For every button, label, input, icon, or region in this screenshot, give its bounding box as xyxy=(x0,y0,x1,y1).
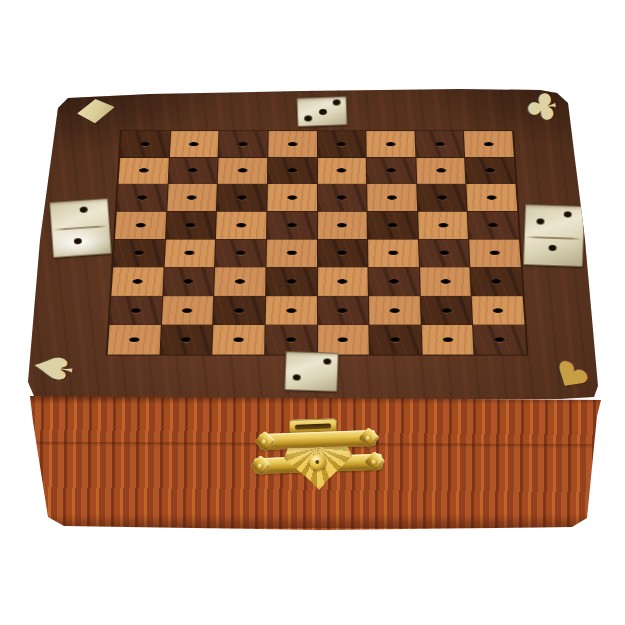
peg-hole xyxy=(436,169,446,173)
club-inlay-icon: ♣ xyxy=(521,86,564,127)
square-d5 xyxy=(267,212,317,239)
square-c1 xyxy=(213,325,265,354)
spade-inlay-icon: ♠ xyxy=(26,348,82,388)
peg-hole xyxy=(129,338,140,343)
square-a1 xyxy=(108,325,161,354)
square-a2 xyxy=(110,296,162,325)
square-h4 xyxy=(469,239,520,267)
square-g7 xyxy=(416,158,466,184)
peg-hole xyxy=(131,308,141,313)
left-domino-plate xyxy=(49,198,112,258)
peg-hole xyxy=(440,279,450,284)
peg-hole xyxy=(337,223,347,227)
bottom-domino-plate xyxy=(284,351,338,392)
peg-hole xyxy=(386,142,396,146)
domino-pip xyxy=(564,211,572,217)
peg-hole xyxy=(338,279,348,284)
domino-pip xyxy=(79,207,87,214)
square-c6 xyxy=(217,184,267,211)
peg-hole xyxy=(493,308,503,313)
peg-hole xyxy=(484,142,494,146)
square-e7 xyxy=(317,158,366,184)
peg-hole xyxy=(236,223,246,227)
square-b3 xyxy=(163,267,214,295)
peg-hole xyxy=(132,279,142,284)
peg-hole xyxy=(337,142,347,146)
square-g2 xyxy=(421,296,473,325)
domino-pip xyxy=(304,115,312,121)
domino-divider xyxy=(526,236,581,240)
domino-pip xyxy=(319,108,327,114)
square-f4 xyxy=(368,239,419,267)
peg-hole xyxy=(135,223,145,227)
peg-hole xyxy=(287,223,297,227)
peg-hole xyxy=(389,279,399,284)
square-e8 xyxy=(317,131,365,157)
square-b2 xyxy=(162,296,214,325)
square-g8 xyxy=(415,131,464,157)
square-a4 xyxy=(113,239,164,267)
peg-hole xyxy=(435,142,445,146)
square-c4 xyxy=(215,239,266,267)
peg-hole xyxy=(437,195,447,199)
peg-hole xyxy=(137,195,147,199)
peg-hole xyxy=(387,195,397,199)
peg-hole xyxy=(134,251,144,255)
square-d1 xyxy=(265,325,316,354)
peg-hole xyxy=(288,142,298,146)
square-b1 xyxy=(160,325,212,354)
clasp-knob-pin xyxy=(315,460,319,464)
peg-hole xyxy=(442,338,453,343)
domino-pip xyxy=(333,100,341,106)
peg-hole xyxy=(337,195,347,199)
square-h3 xyxy=(471,267,523,295)
peg-hole xyxy=(441,308,451,313)
square-b4 xyxy=(164,239,215,267)
peg-hole xyxy=(338,338,348,343)
square-e5 xyxy=(317,212,367,239)
square-f1 xyxy=(370,325,422,354)
square-a3 xyxy=(111,267,163,295)
peg-hole xyxy=(495,338,506,343)
square-c5 xyxy=(216,212,266,239)
square-h2 xyxy=(472,296,524,325)
peg-hole xyxy=(438,223,448,227)
square-f5 xyxy=(368,212,418,239)
square-d7 xyxy=(268,158,317,184)
domino-pip xyxy=(323,359,331,365)
product-photo-chess-box: ♣♠♥ xyxy=(0,0,625,625)
square-d6 xyxy=(267,184,316,211)
peg-hole xyxy=(236,251,246,255)
peg-hole xyxy=(184,279,194,284)
square-b7 xyxy=(168,158,218,184)
square-a6 xyxy=(117,184,167,211)
peg-hole xyxy=(238,142,248,146)
square-e6 xyxy=(317,184,366,211)
peg-hole xyxy=(485,169,495,173)
peg-hole xyxy=(386,169,396,173)
peg-hole xyxy=(337,251,347,255)
clasp-slot xyxy=(295,424,331,430)
peg-hole xyxy=(189,142,199,146)
peg-hole xyxy=(389,308,399,313)
peg-hole xyxy=(439,251,449,255)
square-h5 xyxy=(468,212,519,239)
peg-hole xyxy=(139,169,149,173)
chessboard xyxy=(107,131,528,355)
square-e4 xyxy=(318,239,368,267)
square-g5 xyxy=(418,212,468,239)
peg-hole xyxy=(488,223,498,227)
domino-pip xyxy=(548,245,556,251)
peg-hole xyxy=(235,279,245,284)
peg-hole xyxy=(390,338,400,343)
square-d8 xyxy=(268,131,316,157)
peg-hole xyxy=(286,308,296,313)
square-d3 xyxy=(266,267,317,295)
peg-hole xyxy=(286,338,296,343)
square-d4 xyxy=(266,239,316,267)
peg-hole xyxy=(287,251,297,255)
square-f7 xyxy=(367,158,416,184)
peg-hole xyxy=(181,338,192,343)
peg-hole xyxy=(238,169,248,173)
square-h7 xyxy=(465,158,515,184)
peg-hole xyxy=(487,195,497,199)
peg-hole xyxy=(490,251,500,255)
peg-hole xyxy=(338,308,348,313)
peg-hole xyxy=(186,223,196,227)
peg-hole xyxy=(388,251,398,255)
peg-hole xyxy=(234,308,244,313)
square-b6 xyxy=(167,184,217,211)
square-b8 xyxy=(170,131,219,157)
square-g6 xyxy=(417,184,467,211)
square-f6 xyxy=(367,184,417,211)
peg-hole xyxy=(233,338,243,343)
domino-pip xyxy=(293,374,301,380)
square-a5 xyxy=(115,212,166,239)
square-c3 xyxy=(214,267,265,295)
square-e3 xyxy=(318,267,369,295)
peg-hole xyxy=(187,195,197,199)
peg-hole xyxy=(491,279,501,284)
square-e2 xyxy=(318,296,369,325)
peg-hole xyxy=(237,195,247,199)
peg-hole xyxy=(185,251,195,255)
peg-hole xyxy=(388,223,398,227)
square-b5 xyxy=(166,212,216,239)
diamond-inlay-icon xyxy=(76,97,116,125)
square-e1 xyxy=(318,325,369,354)
square-h6 xyxy=(467,184,517,211)
front-bottom-shadow xyxy=(40,514,592,528)
square-d2 xyxy=(266,296,317,325)
square-h1 xyxy=(474,325,527,354)
square-a8 xyxy=(120,131,170,157)
square-g1 xyxy=(422,325,474,354)
square-g4 xyxy=(419,239,470,267)
peg-hole xyxy=(287,195,297,199)
peg-hole xyxy=(188,169,198,173)
peg-hole xyxy=(287,169,297,173)
square-c7 xyxy=(218,158,267,184)
peg-hole xyxy=(337,169,347,173)
square-c2 xyxy=(214,296,265,325)
square-g3 xyxy=(420,267,471,295)
domino-pip xyxy=(536,218,544,224)
top-domino-plate xyxy=(297,96,348,127)
square-f3 xyxy=(369,267,420,295)
square-f2 xyxy=(369,296,420,325)
square-c8 xyxy=(219,131,268,157)
peg-hole xyxy=(182,308,192,313)
peg-hole xyxy=(140,142,150,146)
heart-inlay-icon: ♥ xyxy=(545,354,594,400)
peg-hole xyxy=(286,279,296,284)
square-f8 xyxy=(366,131,415,157)
square-a7 xyxy=(119,158,169,184)
right-domino-plate xyxy=(523,204,585,267)
brass-clasp xyxy=(251,412,386,497)
square-h8 xyxy=(464,131,514,157)
box-lid-top-face: ♣♠♥ xyxy=(0,0,625,625)
